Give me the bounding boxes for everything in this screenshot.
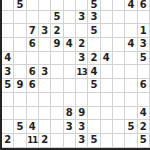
sudoku-cell[interactable]: 5 [88, 134, 100, 148]
sudoku-cell[interactable] [2, 120, 14, 134]
given-digit: 8 [66, 108, 73, 118]
sudoku-cell[interactable] [14, 52, 26, 66]
sudoku-cell[interactable]: 3 [39, 65, 51, 79]
sudoku-cell[interactable] [14, 107, 26, 121]
given-digit: 2 [91, 53, 98, 63]
given-digit: 4 [66, 39, 73, 49]
sudoku-cell[interactable] [39, 120, 51, 134]
sudoku-cell[interactable] [14, 38, 26, 52]
given-digit: 5 [140, 135, 147, 145]
sudoku-cell[interactable]: 4 [88, 65, 100, 79]
sudoku-cell[interactable]: 3 [39, 24, 51, 38]
given-digit: 1 [140, 26, 147, 36]
given-digit: 4 [29, 122, 36, 132]
sudoku-cell[interactable]: 5 [125, 120, 137, 134]
sudoku-cell[interactable] [76, 79, 88, 93]
sudoku-cell[interactable]: 4 [64, 38, 76, 52]
sudoku-cell[interactable]: 3 [76, 11, 88, 25]
sudoku-cell[interactable]: 9 [76, 107, 88, 121]
sudoku-cell[interactable]: 4 [27, 120, 39, 134]
given-digit: 6 [29, 39, 36, 49]
sudoku-cell[interactable]: 2 [88, 52, 100, 66]
sudoku-cell[interactable]: 2 [138, 120, 150, 134]
sudoku-cell[interactable] [51, 134, 63, 148]
sudoku-cell[interactable] [14, 65, 26, 79]
given-digit: 2 [4, 135, 11, 145]
sudoku-cell[interactable]: 6 [27, 38, 39, 52]
sudoku-cell[interactable]: 5 [2, 79, 14, 93]
sudoku-cell[interactable] [51, 107, 63, 121]
given-digit: 2 [78, 39, 85, 49]
sudoku-cell[interactable] [125, 11, 137, 25]
sudoku-cell[interactable] [113, 79, 125, 93]
sudoku-cell[interactable] [39, 11, 51, 25]
sudoku-cell[interactable] [88, 107, 100, 121]
sudoku-cell[interactable]: 13 [76, 65, 88, 79]
given-digit: 5 [54, 12, 61, 22]
given-digit: 4 [4, 53, 11, 63]
given-digit: 7 [29, 26, 36, 36]
sudoku-cell[interactable] [51, 0, 63, 11]
sudoku-cell[interactable] [101, 93, 113, 107]
sudoku-cell[interactable] [138, 65, 150, 79]
sudoku-cell[interactable] [51, 93, 63, 107]
sudoku-cell[interactable] [27, 52, 39, 66]
given-digit: 3 [91, 12, 98, 22]
sudoku-cell[interactable] [27, 0, 39, 11]
given-digit: 4 [128, 39, 135, 49]
sudoku-cell[interactable]: 4 [101, 52, 113, 66]
sudoku-cell[interactable]: 6 [27, 65, 39, 79]
sudoku-cell[interactable]: 2 [51, 24, 63, 38]
given-digit: 4 [103, 53, 110, 63]
sudoku-cell[interactable] [39, 107, 51, 121]
sudoku-cell[interactable]: 5 [138, 52, 150, 66]
sudoku-cell[interactable] [2, 24, 14, 38]
sudoku-cell[interactable] [125, 107, 137, 121]
sudoku-cell[interactable]: 6 [138, 79, 150, 93]
sudoku-cell[interactable] [101, 134, 113, 148]
sudoku-cell[interactable]: 5 [138, 134, 150, 148]
sudoku-cell[interactable] [64, 11, 76, 25]
sudoku-cell[interactable] [64, 0, 76, 11]
sudoku-cell[interactable] [125, 93, 137, 107]
given-digit: 5 [91, 26, 98, 36]
sudoku-cell[interactable] [113, 0, 125, 11]
given-digit: 5 [91, 80, 98, 90]
sudoku-cell[interactable] [2, 107, 14, 121]
given-digit: 5 [91, 135, 98, 145]
sudoku-cell[interactable]: 3 [76, 120, 88, 134]
sudoku-cell[interactable]: 2 [2, 134, 14, 148]
given-digit: 5 [4, 80, 11, 90]
sudoku-cell[interactable]: 6 [138, 0, 150, 11]
given-digit: 2 [54, 26, 61, 36]
sudoku-cell[interactable] [39, 52, 51, 66]
sudoku-cell[interactable]: 7 [27, 24, 39, 38]
sudoku-cell[interactable] [88, 38, 100, 52]
sudoku-cell[interactable] [2, 38, 14, 52]
sudoku-board: 5546533732516942434324536313459656894543… [0, 0, 150, 150]
sudoku-cell[interactable] [64, 134, 76, 148]
sudoku-cell[interactable] [113, 11, 125, 25]
sudoku-cell[interactable] [125, 65, 137, 79]
sudoku-cell[interactable] [51, 79, 63, 93]
given-digit: 4 [91, 67, 98, 77]
sudoku-cell[interactable]: 5 [88, 0, 100, 11]
sudoku-cell[interactable]: 9 [51, 38, 63, 52]
sudoku-cell[interactable] [113, 65, 125, 79]
given-digit: 9 [54, 39, 61, 49]
given-digit: 3 [41, 67, 48, 77]
sudoku-cell[interactable] [39, 93, 51, 107]
given-digit: 6 [140, 80, 147, 90]
sudoku-cell[interactable]: 5 [88, 24, 100, 38]
sudoku-cell[interactable] [101, 107, 113, 121]
sudoku-cell[interactable] [125, 134, 137, 148]
given-digit: 9 [17, 80, 24, 90]
sudoku-cell[interactable] [64, 79, 76, 93]
sudoku-cell[interactable] [2, 11, 14, 25]
sudoku-cell[interactable] [113, 38, 125, 52]
given-digit: 5 [140, 53, 147, 63]
given-digit: 9 [78, 108, 85, 118]
sudoku-cell[interactable] [76, 24, 88, 38]
sudoku-cell[interactable]: 3 [88, 11, 100, 25]
given-digit: 4 [128, 0, 135, 10]
sudoku-cell[interactable] [51, 65, 63, 79]
sudoku-cell[interactable]: 5 [14, 120, 26, 134]
sudoku-cell[interactable]: 3 [2, 65, 14, 79]
sudoku-cell[interactable] [101, 79, 113, 93]
sudoku-cell[interactable] [39, 0, 51, 11]
sudoku-cell[interactable] [113, 24, 125, 38]
given-digit: 6 [29, 67, 36, 77]
sudoku-cell[interactable] [113, 93, 125, 107]
given-digit: 3 [140, 39, 147, 49]
sudoku-cell[interactable]: 9 [14, 79, 26, 93]
sudoku-cell[interactable] [101, 65, 113, 79]
sudoku-cell[interactable] [88, 93, 100, 107]
sudoku-cell[interactable]: 4 [125, 0, 137, 11]
given-digit: 3 [78, 53, 85, 63]
sudoku-cell[interactable]: 2 [76, 38, 88, 52]
sudoku-cell[interactable] [125, 24, 137, 38]
given-digit: 6 [140, 0, 147, 10]
sudoku-cell[interactable] [64, 24, 76, 38]
sudoku-cell[interactable] [138, 93, 150, 107]
sudoku-cell[interactable]: 5 [88, 79, 100, 93]
given-digit: 3 [78, 12, 85, 22]
sudoku-cell[interactable]: 3 [138, 38, 150, 52]
sudoku-cell[interactable] [125, 79, 137, 93]
sudoku-cell[interactable] [113, 134, 125, 148]
given-digit: 3 [4, 67, 11, 77]
sudoku-cell[interactable]: 4 [138, 107, 150, 121]
sudoku-cell[interactable]: 5 [14, 0, 26, 11]
given-digit: 5 [17, 0, 24, 10]
given-digit: 6 [29, 80, 36, 90]
sudoku-cell[interactable] [27, 93, 39, 107]
given-digit: 4 [140, 108, 147, 118]
given-digit: 3 [66, 122, 73, 132]
sudoku-cell[interactable] [64, 93, 76, 107]
sudoku-cell[interactable] [27, 11, 39, 25]
sudoku-cell[interactable] [101, 11, 113, 25]
given-digit: 11 [27, 136, 37, 145]
sudoku-cell[interactable] [101, 38, 113, 52]
sudoku-cell[interactable] [113, 107, 125, 121]
given-digit: 2 [41, 135, 48, 145]
sudoku-cell[interactable] [39, 38, 51, 52]
given-digit: 2 [140, 122, 147, 132]
sudoku-cell[interactable]: 11 [27, 134, 39, 148]
sudoku-cell[interactable] [101, 24, 113, 38]
sudoku-cell[interactable]: 5 [51, 11, 63, 25]
given-digit: 3 [78, 135, 85, 145]
sudoku-cell[interactable] [101, 0, 113, 11]
sudoku-cell[interactable]: 4 [2, 52, 14, 66]
sudoku-cell[interactable]: 3 [64, 120, 76, 134]
given-digit: 5 [128, 122, 135, 132]
sudoku-cell[interactable] [51, 120, 63, 134]
sudoku-cell[interactable] [113, 52, 125, 66]
sudoku-cell[interactable]: 4 [125, 38, 137, 52]
given-digit: 5 [17, 122, 24, 132]
sudoku-cell[interactable]: 2 [39, 134, 51, 148]
sudoku-cell[interactable] [39, 79, 51, 93]
sudoku-cell[interactable]: 3 [76, 52, 88, 66]
sudoku-cell[interactable] [14, 134, 26, 148]
sudoku-cell[interactable] [64, 65, 76, 79]
sudoku-cell[interactable] [51, 52, 63, 66]
sudoku-cell[interactable] [27, 107, 39, 121]
given-digit: 3 [78, 122, 85, 132]
given-digit: 3 [41, 26, 48, 36]
sudoku-cell[interactable] [101, 120, 113, 134]
given-digit: 5 [91, 0, 98, 10]
sudoku-cell[interactable]: 3 [76, 134, 88, 148]
sudoku-cell[interactable] [138, 11, 150, 25]
sudoku-cell[interactable] [113, 120, 125, 134]
sudoku-cell[interactable]: 8 [64, 107, 76, 121]
sudoku-cell[interactable] [2, 0, 14, 11]
sudoku-cell[interactable] [125, 52, 137, 66]
sudoku-cell[interactable] [14, 11, 26, 25]
sudoku-cell[interactable] [76, 0, 88, 11]
given-digit: 13 [77, 68, 87, 77]
sudoku-cell[interactable]: 6 [27, 79, 39, 93]
sudoku-cell[interactable] [2, 93, 14, 107]
sudoku-cell[interactable] [76, 93, 88, 107]
sudoku-cell[interactable] [14, 93, 26, 107]
sudoku-cell[interactable]: 1 [138, 24, 150, 38]
sudoku-cell[interactable] [88, 120, 100, 134]
sudoku-cell[interactable] [14, 24, 26, 38]
sudoku-cell[interactable] [64, 52, 76, 66]
